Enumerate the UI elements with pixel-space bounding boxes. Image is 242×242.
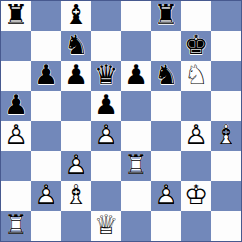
square-g8[interactable] [181,1,211,31]
square-a8[interactable]: ♜ [1,1,31,31]
black-king-glyph: ♚ [181,30,211,60]
black-queen-glyph: ♛ [91,60,121,90]
square-e8[interactable] [121,1,151,31]
black-knight-glyph: ♞ [151,60,181,90]
square-h7[interactable] [211,31,241,61]
square-d2[interactable] [91,181,121,211]
square-h1[interactable] [211,211,241,241]
white-queen-outline-glyph: ♕ [91,210,121,240]
piece-black-pawn[interactable]: ♟ [1,91,31,121]
square-e7[interactable] [121,31,151,61]
piece-white-pawn[interactable]: ♟♙ [181,121,211,151]
square-a6[interactable] [1,61,31,91]
square-c8[interactable]: ♝ [61,1,91,31]
white-pawn-outline-glyph: ♙ [151,180,181,210]
square-a4[interactable]: ♟♙ [1,121,31,151]
piece-black-rook[interactable]: ♜ [1,1,31,31]
square-f8[interactable]: ♜ [151,1,181,31]
piece-white-knight[interactable]: ♞♘ [181,61,211,91]
black-pawn-glyph: ♟ [31,60,61,90]
square-b3[interactable] [31,151,61,181]
piece-black-rook[interactable]: ♜ [151,1,181,31]
square-b6[interactable]: ♟ [31,61,61,91]
white-rook-outline-glyph: ♖ [1,210,31,240]
piece-black-knight[interactable]: ♞ [61,31,91,61]
piece-black-pawn[interactable]: ♟ [31,61,61,91]
square-a3[interactable] [1,151,31,181]
square-e4[interactable] [121,121,151,151]
square-a1[interactable]: ♜♖ [1,211,31,241]
piece-white-pawn[interactable]: ♟♙ [91,121,121,151]
piece-white-rook[interactable]: ♜♖ [121,151,151,181]
square-d7[interactable] [91,31,121,61]
piece-black-king[interactable]: ♚ [181,31,211,61]
square-b1[interactable] [31,211,61,241]
square-d5[interactable]: ♟ [91,91,121,121]
chessboard: ♜♝♜♞♚♟♟♛♟♞♞♘♟♟♟♙♟♙♟♙♝♗♟♙♜♖♟♙♝♗♟♙♚♔♜♖♛♕ [0,0,242,242]
square-g4[interactable]: ♟♙ [181,121,211,151]
square-d8[interactable] [91,1,121,31]
white-pawn-outline-glyph: ♙ [1,120,31,150]
square-g2[interactable]: ♚♔ [181,181,211,211]
piece-white-pawn[interactable]: ♟♙ [151,181,181,211]
black-bishop-glyph: ♝ [61,0,91,30]
black-pawn-glyph: ♟ [61,60,91,90]
square-d6[interactable]: ♛ [91,61,121,91]
square-f3[interactable] [151,151,181,181]
piece-white-rook[interactable]: ♜♖ [1,211,31,241]
black-rook-glyph: ♜ [1,0,31,30]
square-a7[interactable] [1,31,31,61]
square-h8[interactable] [211,1,241,31]
square-h5[interactable] [211,91,241,121]
square-b5[interactable] [31,91,61,121]
white-bishop-outline-glyph: ♗ [211,120,241,150]
piece-white-pawn[interactable]: ♟♙ [1,121,31,151]
square-e2[interactable] [121,181,151,211]
white-rook-outline-glyph: ♖ [121,150,151,180]
piece-black-queen[interactable]: ♛ [91,61,121,91]
square-h4[interactable]: ♝♗ [211,121,241,151]
square-c3[interactable]: ♟♙ [61,151,91,181]
square-b8[interactable] [31,1,61,31]
white-pawn-outline-glyph: ♙ [61,150,91,180]
white-king-outline-glyph: ♔ [181,180,211,210]
white-pawn-outline-glyph: ♙ [91,120,121,150]
white-pawn-outline-glyph: ♙ [31,180,61,210]
black-pawn-glyph: ♟ [91,90,121,120]
square-c4[interactable] [61,121,91,151]
square-e5[interactable] [121,91,151,121]
piece-white-queen[interactable]: ♛♕ [91,211,121,241]
square-b4[interactable] [31,121,61,151]
piece-white-king[interactable]: ♚♔ [181,181,211,211]
square-h6[interactable] [211,61,241,91]
square-f6[interactable]: ♞ [151,61,181,91]
piece-black-pawn[interactable]: ♟ [61,61,91,91]
piece-black-pawn[interactable]: ♟ [121,61,151,91]
square-d4[interactable]: ♟♙ [91,121,121,151]
black-pawn-glyph: ♟ [121,60,151,90]
white-knight-outline-glyph: ♘ [181,60,211,90]
piece-white-bishop[interactable]: ♝♗ [211,121,241,151]
piece-black-knight[interactable]: ♞ [151,61,181,91]
square-f5[interactable] [151,91,181,121]
square-e1[interactable] [121,211,151,241]
square-h2[interactable] [211,181,241,211]
square-b2[interactable]: ♟♙ [31,181,61,211]
white-pawn-outline-glyph: ♙ [181,120,211,150]
square-b7[interactable] [31,31,61,61]
square-f2[interactable]: ♟♙ [151,181,181,211]
square-d3[interactable] [91,151,121,181]
square-a5[interactable]: ♟ [1,91,31,121]
chessboard-container: ♜♝♜♞♚♟♟♛♟♞♞♘♟♟♟♙♟♙♟♙♝♗♟♙♜♖♟♙♝♗♟♙♚♔♜♖♛♕ [0,0,242,242]
square-e6[interactable]: ♟ [121,61,151,91]
square-c7[interactable]: ♞ [61,31,91,61]
black-knight-glyph: ♞ [61,30,91,60]
square-d1[interactable]: ♛♕ [91,211,121,241]
black-pawn-glyph: ♟ [1,90,31,120]
piece-white-bishop[interactable]: ♝♗ [61,181,91,211]
piece-white-pawn[interactable]: ♟♙ [31,181,61,211]
piece-white-pawn[interactable]: ♟♙ [61,151,91,181]
square-f4[interactable] [151,121,181,151]
square-f1[interactable] [151,211,181,241]
square-e3[interactable]: ♜♖ [121,151,151,181]
square-g7[interactable]: ♚ [181,31,211,61]
square-g1[interactable] [181,211,211,241]
square-c6[interactable]: ♟ [61,61,91,91]
piece-black-bishop[interactable]: ♝ [61,1,91,31]
square-a2[interactable] [1,181,31,211]
piece-black-pawn[interactable]: ♟ [91,91,121,121]
square-c1[interactable] [61,211,91,241]
black-rook-glyph: ♜ [151,0,181,30]
white-bishop-outline-glyph: ♗ [61,180,91,210]
square-c5[interactable] [61,91,91,121]
square-g6[interactable]: ♞♘ [181,61,211,91]
square-h3[interactable] [211,151,241,181]
square-c2[interactable]: ♝♗ [61,181,91,211]
square-f7[interactable] [151,31,181,61]
square-g3[interactable] [181,151,211,181]
square-g5[interactable] [181,91,211,121]
